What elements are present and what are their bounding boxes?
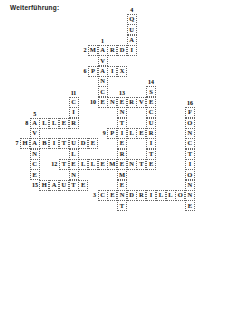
crossword-cell[interactable]: D xyxy=(78,138,88,149)
crossword-cell[interactable]: E xyxy=(146,159,156,170)
crossword-cell[interactable]: N xyxy=(98,76,108,87)
clue-number-label: 15 xyxy=(31,182,38,188)
crossword-cell[interactable]: R xyxy=(136,190,146,201)
crossword-cell[interactable]: N xyxy=(117,107,127,118)
crossword-cell[interactable]: E xyxy=(98,159,108,170)
clue-number-label: 2 xyxy=(79,47,86,53)
crossword-cell[interactable]: I xyxy=(146,190,156,201)
crossword-cell[interactable]: R xyxy=(146,128,156,139)
crossword-cell[interactable]: X xyxy=(117,66,127,77)
crossword-cell[interactable]: E xyxy=(30,169,40,180)
crossword-cell[interactable]: O xyxy=(185,118,195,129)
crossword-cell[interactable]: T xyxy=(59,159,69,170)
crossword-cell[interactable]: E xyxy=(98,97,108,108)
crossword-cell[interactable]: L xyxy=(49,118,59,129)
crossword-cell[interactable]: A xyxy=(98,66,108,77)
crossword-cell[interactable]: V xyxy=(30,128,40,139)
crossword-cell[interactable]: U xyxy=(69,138,79,149)
crossword-cell[interactable]: I xyxy=(117,128,127,139)
crossword-cell[interactable]: I xyxy=(49,138,59,149)
crossword-cell[interactable]: U xyxy=(127,24,137,35)
crossword-cell[interactable]: Q xyxy=(127,14,137,25)
crossword-cell[interactable]: B xyxy=(39,138,49,149)
crossword-cell[interactable]: M xyxy=(117,169,127,180)
crossword-cell[interactable]: E xyxy=(136,128,146,139)
crossword-cell[interactable]: E xyxy=(146,97,156,108)
crossword-cell[interactable]: L xyxy=(166,190,176,201)
crossword-cell[interactable]: C xyxy=(98,190,108,201)
crossword-cell[interactable]: A xyxy=(127,35,137,46)
crossword-cell[interactable]: N xyxy=(185,180,195,191)
crossword-cell[interactable]: E xyxy=(185,200,195,211)
crossword-cell[interactable]: U xyxy=(146,118,156,129)
crossword-cell[interactable]: T xyxy=(117,200,127,211)
crossword-cell[interactable]: C xyxy=(185,138,195,149)
crossword-cell[interactable]: S xyxy=(146,86,156,97)
crossword-cell[interactable]: D xyxy=(117,45,127,56)
crossword-cell[interactable]: N xyxy=(69,169,79,180)
crossword-cell[interactable]: E xyxy=(117,159,127,170)
clue-number-label: 16 xyxy=(185,100,195,106)
crossword-cell[interactable]: H xyxy=(39,180,49,191)
clue-number-label: 14 xyxy=(146,79,156,85)
crossword-cell[interactable]: E xyxy=(107,190,117,201)
crossword-cell[interactable]: F xyxy=(185,107,195,118)
crossword-cell[interactable]: E xyxy=(78,180,88,191)
crossword-cell[interactable]: E xyxy=(88,138,98,149)
clue-number-label: 8 xyxy=(21,120,28,126)
crossword-cell[interactable]: L xyxy=(78,159,88,170)
crossword-cell[interactable]: R xyxy=(107,45,117,56)
crossword-cell[interactable]: O xyxy=(175,190,185,201)
crossword-cell[interactable]: C xyxy=(146,107,156,118)
crossword-cell[interactable]: E xyxy=(117,180,127,191)
clue-number-label: 7 xyxy=(12,140,19,146)
crossword-cell[interactable]: I xyxy=(127,45,137,56)
crossword-cell[interactable]: E xyxy=(69,159,79,170)
crossword-cell[interactable]: I xyxy=(107,66,117,77)
crossword-cell[interactable]: N xyxy=(30,149,40,160)
crossword-cell[interactable]: T xyxy=(146,149,156,160)
clue-number-label: 12 xyxy=(50,161,57,167)
crossword-cell[interactable]: A xyxy=(49,180,59,191)
crossword-cell[interactable]: N xyxy=(185,190,195,201)
crossword-cell[interactable]: A xyxy=(30,138,40,149)
crossword-cell[interactable]: E xyxy=(117,138,127,149)
crossword-cell[interactable]: T xyxy=(69,180,79,191)
clue-number-label: 1 xyxy=(98,38,108,44)
crossword-cell[interactable]: O xyxy=(185,169,195,180)
crossword-cell[interactable]: L xyxy=(156,190,166,201)
crossword-cell[interactable]: A xyxy=(98,45,108,56)
crossword-cell[interactable]: L xyxy=(69,149,79,160)
crossword-cell[interactable]: U xyxy=(59,180,69,191)
clue-number-label: 13 xyxy=(117,90,127,96)
crossword-cell[interactable]: P xyxy=(88,66,98,77)
clue-number-label: 11 xyxy=(69,90,79,96)
crossword-cell[interactable]: C xyxy=(69,97,79,108)
crossword-board: QUAMARDIVPAIXNCSCENERVEINCFALLERTUOVPILE… xyxy=(0,0,228,323)
crossword-cell[interactable]: I xyxy=(146,138,156,149)
crossword-cell[interactable]: L xyxy=(127,128,137,139)
crossword-cell[interactable]: R xyxy=(117,149,127,160)
crossword-cell[interactable]: T xyxy=(185,149,195,160)
clue-number-label: 4 xyxy=(127,7,137,13)
crossword-cell[interactable]: A xyxy=(30,118,40,129)
crossword-cell[interactable]: T xyxy=(136,159,146,170)
crossword-cell[interactable]: R xyxy=(69,118,79,129)
crossword-cell[interactable]: N xyxy=(185,128,195,139)
crossword-cell[interactable]: M xyxy=(107,159,117,170)
clue-number-label: 5 xyxy=(30,111,40,117)
crossword-cell[interactable]: N xyxy=(127,159,137,170)
crossword-cell[interactable]: P xyxy=(107,128,117,139)
crossword-cell[interactable]: E xyxy=(117,97,127,108)
clue-number-label: 9 xyxy=(99,130,106,136)
crossword-cell[interactable]: L xyxy=(39,118,49,129)
crossword-cell[interactable]: E xyxy=(59,118,69,129)
crossword-cell[interactable]: I xyxy=(69,107,79,118)
crossword-cell[interactable]: N xyxy=(107,97,117,108)
crossword-cell[interactable]: V xyxy=(136,97,146,108)
crossword-cell[interactable]: C xyxy=(98,86,108,97)
crossword-cell[interactable]: M xyxy=(88,45,98,56)
crossword-cell[interactable]: H xyxy=(20,138,30,149)
crossword-cell[interactable]: T xyxy=(117,118,127,129)
clue-number-label: 6 xyxy=(79,68,86,74)
crossword-cell[interactable]: V xyxy=(98,55,108,66)
crossword-cell[interactable]: D xyxy=(127,190,137,201)
crossword-cell[interactable]: L xyxy=(88,159,98,170)
crossword-cell[interactable]: C xyxy=(30,159,40,170)
clue-number-label: 10 xyxy=(89,99,96,105)
crossword-cell[interactable]: I xyxy=(185,159,195,170)
crossword-cell[interactable]: T xyxy=(59,138,69,149)
crossword-cell[interactable]: R xyxy=(127,97,137,108)
clue-number-label: 3 xyxy=(89,192,96,198)
crossword-cell[interactable]: N xyxy=(117,190,127,201)
